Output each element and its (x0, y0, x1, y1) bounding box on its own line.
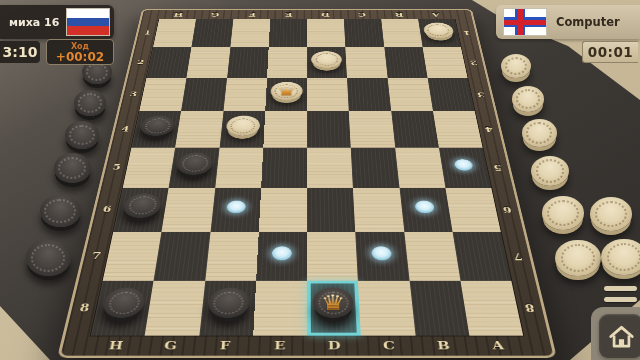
move-hint-dot[interactable] (454, 159, 474, 170)
square-F5[interactable] (215, 148, 263, 188)
square-A4[interactable] (433, 111, 483, 147)
captured-light-piece (555, 240, 601, 277)
square-B8[interactable] (409, 281, 469, 336)
captured-dark-piece (40, 195, 81, 228)
captured-light-piece (601, 239, 640, 276)
captured-light-piece (522, 119, 557, 147)
square-B1[interactable] (381, 19, 423, 47)
king-crown-icon: ♛ (276, 85, 296, 98)
square-G5[interactable] (169, 148, 219, 188)
square-B3[interactable] (387, 78, 433, 111)
captured-dark-piece (26, 240, 71, 276)
file-labels-top: HGFEDCBA (159, 10, 455, 19)
file-label-B: B (415, 336, 472, 356)
file-label-D: D (307, 10, 344, 19)
file-label-E: E (252, 336, 307, 356)
captured-light-piece (531, 156, 569, 186)
square-C5[interactable] (351, 148, 399, 188)
file-label-C: C (361, 336, 417, 356)
square-G7[interactable] (154, 232, 210, 281)
square-C1[interactable] (344, 19, 384, 47)
home-button[interactable] (599, 314, 640, 358)
square-D1[interactable] (307, 19, 345, 47)
file-label-A: A (469, 336, 527, 356)
light-king-piece[interactable]: ♛ (270, 82, 302, 101)
home-icon (608, 324, 635, 349)
square-B4[interactable] (391, 111, 439, 147)
dark-king-piece[interactable]: ♛ (313, 288, 355, 318)
square-A1[interactable] (418, 19, 461, 47)
captured-light-piece (512, 86, 544, 112)
square-C7[interactable] (355, 232, 409, 281)
square-A7[interactable] (452, 232, 511, 281)
light-man-piece[interactable] (423, 23, 455, 39)
player-right-name: Computer (556, 15, 620, 29)
square-E5[interactable] (261, 148, 307, 188)
file-label-G: G (142, 336, 199, 356)
russia-flag-icon (66, 8, 110, 36)
square-C3[interactable] (347, 78, 391, 111)
move-timer-box: Ход +00:02 (46, 39, 114, 65)
square-D2[interactable] (307, 47, 347, 78)
square-E2[interactable] (267, 47, 307, 78)
captured-dark-piece (74, 90, 106, 116)
dark-man-piece[interactable] (100, 288, 147, 318)
dark-man-piece[interactable] (139, 116, 176, 136)
captured-light-piece (501, 54, 531, 78)
square-A5[interactable] (439, 148, 492, 188)
square-A6[interactable] (445, 188, 501, 232)
square-F2[interactable] (227, 47, 269, 78)
square-D3[interactable] (307, 78, 349, 111)
captured-light-piece (590, 197, 632, 231)
square-A2[interactable] (422, 47, 467, 78)
square-E8[interactable] (253, 281, 307, 336)
file-label-H: H (87, 336, 145, 356)
square-D8[interactable]: ♛ (307, 281, 361, 336)
square-A3[interactable] (427, 78, 474, 111)
file-label-H: H (159, 10, 197, 19)
square-D7[interactable] (307, 232, 358, 281)
square-C4[interactable] (349, 111, 395, 147)
file-label-D: D (307, 336, 362, 356)
captured-light-piece (542, 196, 584, 230)
square-G4[interactable] (175, 111, 223, 147)
file-label-E: E (270, 10, 307, 19)
file-label-B: B (380, 10, 418, 19)
move-hint-dot[interactable] (272, 246, 292, 260)
move-timer-value: +00:02 (47, 51, 113, 63)
square-G8[interactable] (145, 281, 205, 336)
square-B7[interactable] (404, 232, 460, 281)
square-B6[interactable] (399, 188, 452, 232)
player-left-bar: миха 16 (0, 5, 114, 39)
square-H6[interactable] (113, 188, 169, 232)
square-E6[interactable] (259, 188, 307, 232)
square-H3[interactable] (139, 78, 186, 111)
captured-dark-piece (65, 121, 99, 148)
file-label-C: C (343, 10, 380, 19)
square-F8[interactable] (199, 281, 256, 336)
square-E4[interactable] (263, 111, 307, 147)
square-G2[interactable] (187, 47, 230, 78)
square-H2[interactable] (146, 47, 191, 78)
square-H5[interactable] (123, 148, 176, 188)
player-left-name: миха 16 (9, 16, 59, 29)
square-H4[interactable] (131, 111, 181, 147)
captured-dark-piece (54, 153, 91, 183)
player-right-main-timer: 00:01 (582, 41, 638, 63)
move-hint-dot[interactable] (415, 201, 436, 214)
square-D4[interactable] (307, 111, 351, 147)
square-G3[interactable] (181, 78, 227, 111)
square-B5[interactable] (395, 148, 445, 188)
player-right-bar: Computer (496, 5, 640, 39)
square-C2[interactable] (345, 47, 387, 78)
board-3d-wrapper: HGFEDCBA HGFEDCBA 12345678 12345678 ♛♛ (57, 9, 557, 358)
square-C8[interactable] (358, 281, 415, 336)
move-hint-dot[interactable] (371, 246, 392, 260)
square-F7[interactable] (205, 232, 259, 281)
menu-icon[interactable] (604, 286, 637, 302)
square-E1[interactable] (269, 19, 307, 47)
square-B2[interactable] (384, 47, 427, 78)
player-left-main-timer: 3:10 (0, 41, 40, 63)
file-labels-bottom: HGFEDCBA (87, 336, 528, 356)
square-H8[interactable] (91, 281, 154, 336)
file-label-F: F (233, 10, 270, 19)
king-crown-icon: ♛ (320, 292, 346, 313)
square-E3[interactable]: ♛ (265, 78, 307, 111)
square-F1[interactable] (230, 19, 270, 47)
file-label-G: G (196, 10, 234, 19)
game-screen: HGFEDCBA HGFEDCBA 12345678 12345678 ♛♛ м… (0, 0, 640, 360)
dark-man-piece[interactable] (176, 153, 214, 175)
square-F4[interactable] (219, 111, 265, 147)
board-frame: HGFEDCBA HGFEDCBA 12345678 12345678 ♛♛ (57, 9, 557, 358)
square-H7[interactable] (103, 232, 162, 281)
square-D6[interactable] (307, 188, 355, 232)
square-C6[interactable] (353, 188, 404, 232)
dark-man-piece[interactable] (207, 288, 250, 318)
square-E7[interactable] (256, 232, 307, 281)
light-man-piece[interactable] (225, 116, 260, 136)
light-man-piece[interactable] (311, 51, 342, 68)
square-F3[interactable] (223, 78, 267, 111)
faroe-islands-flag-icon (503, 8, 547, 36)
square-D5[interactable] (307, 148, 353, 188)
square-F6[interactable] (210, 188, 261, 232)
square-H1[interactable] (153, 19, 196, 47)
board-grid: ♛♛ (91, 19, 523, 336)
dark-man-piece[interactable] (122, 193, 163, 218)
square-G1[interactable] (192, 19, 234, 47)
move-hint-dot[interactable] (226, 201, 246, 214)
file-label-F: F (197, 336, 253, 356)
square-G6[interactable] (162, 188, 215, 232)
file-label-A: A (416, 10, 454, 19)
